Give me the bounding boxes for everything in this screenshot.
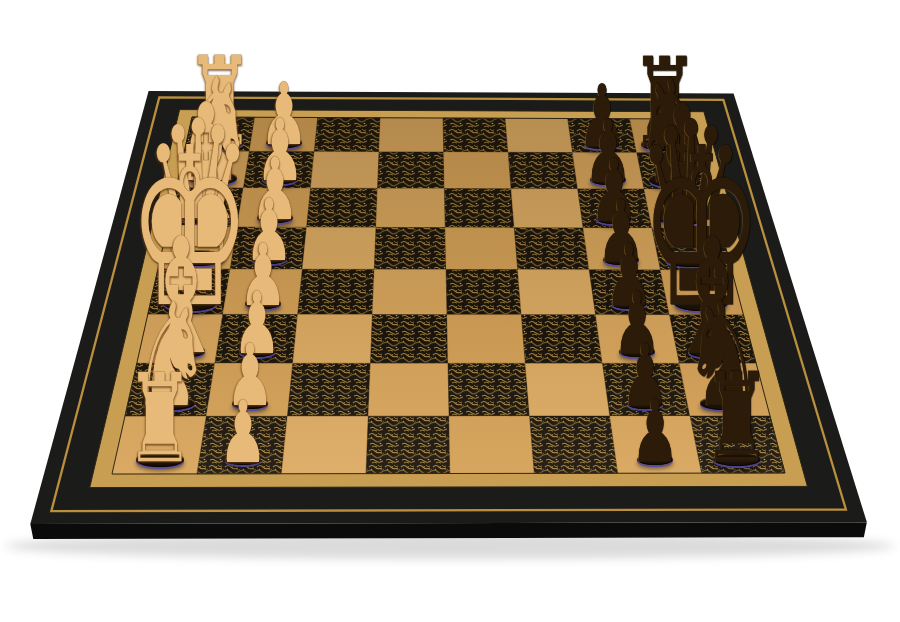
piece-black-rook-h8[interactable]: ♜ <box>698 357 775 479</box>
board-side-face <box>30 522 867 539</box>
piece-white-pawn-h2[interactable]: ♟ <box>216 389 270 475</box>
photo-background: ♜♟♟♜♞♟♟♞♝♟♟♝♛♟♟♛♚♟♟♚♝♟♟♝♞♟♟♞♜♟♟♜ <box>0 0 900 622</box>
piece-white-rook-h1[interactable]: ♜ <box>122 358 199 480</box>
piece-black-pawn-h7[interactable]: ♟ <box>628 388 682 474</box>
